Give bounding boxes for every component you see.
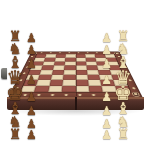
board-cell <box>69 115 84 128</box>
board-cell <box>84 55 99 69</box>
board-cell <box>39 68 54 84</box>
board-cell: ♟ <box>24 84 39 101</box>
board-cell: ♟ <box>99 115 114 128</box>
board-cell: ♟ <box>99 101 114 115</box>
board-cell <box>69 30 84 42</box>
board-cell <box>69 84 84 101</box>
board-cell <box>69 55 84 69</box>
board-cell <box>54 55 69 69</box>
board-cell <box>39 55 54 69</box>
piece-wR[interactable]: ♜ <box>117 129 130 141</box>
board-cell <box>39 101 54 115</box>
board-cell: ♟ <box>24 68 39 84</box>
board-cell <box>54 30 69 42</box>
board-cell <box>69 68 84 84</box>
board-cell: ♟ <box>99 84 114 101</box>
piece-grid: ♜♟♟♜♞♟♟♞♝♟♟♝♛♟♟♛♚♟♟♚♝♟♟♝♞♟♟♞♜♟♟♜ <box>6 30 132 97</box>
board-cell <box>54 84 69 101</box>
board-cell <box>84 128 99 140</box>
piece-bR[interactable]: ♜ <box>9 129 22 141</box>
board-cell: ♟ <box>99 55 114 69</box>
board-cell <box>69 101 84 115</box>
piece-wP[interactable]: ♟ <box>101 130 112 140</box>
chess-set-photo: ♜♟♟♜♞♟♟♞♝♟♟♝♛♟♟♛♚♟♟♚♝♟♟♝♞♟♟♞♜♟♟♜ <box>0 0 150 150</box>
board-cell: ♟ <box>24 128 39 140</box>
board-cell <box>54 128 69 140</box>
board-cell <box>84 42 99 55</box>
board-cell <box>54 68 69 84</box>
board-cell <box>39 128 54 140</box>
board-cell <box>54 115 69 128</box>
board-cell <box>39 115 54 128</box>
board-cell: ♟ <box>24 101 39 115</box>
board-cell <box>69 42 84 55</box>
board-cell <box>39 30 54 42</box>
board-cell: ♜ <box>114 128 132 140</box>
board-cell: ♟ <box>24 30 39 42</box>
board-cell <box>84 115 99 128</box>
piece-bP[interactable]: ♟ <box>26 130 37 140</box>
board-cell: ♟ <box>24 55 39 69</box>
board-cell: ♟ <box>24 115 39 128</box>
board-cell: ♟ <box>99 30 114 42</box>
board-cell <box>84 84 99 101</box>
board-cell: ♟ <box>99 68 114 84</box>
board-cell: ♟ <box>24 42 39 55</box>
board-cell: ♟ <box>99 128 114 140</box>
board-cell <box>69 128 84 140</box>
board-cell <box>84 101 99 115</box>
board-cell <box>39 84 54 101</box>
board-cell: ♟ <box>99 42 114 55</box>
board-cell <box>39 42 54 55</box>
board-cell <box>54 101 69 115</box>
board-cell <box>84 68 99 84</box>
board-cell <box>84 30 99 42</box>
board-cell <box>54 42 69 55</box>
board-cell: ♜ <box>6 128 24 140</box>
